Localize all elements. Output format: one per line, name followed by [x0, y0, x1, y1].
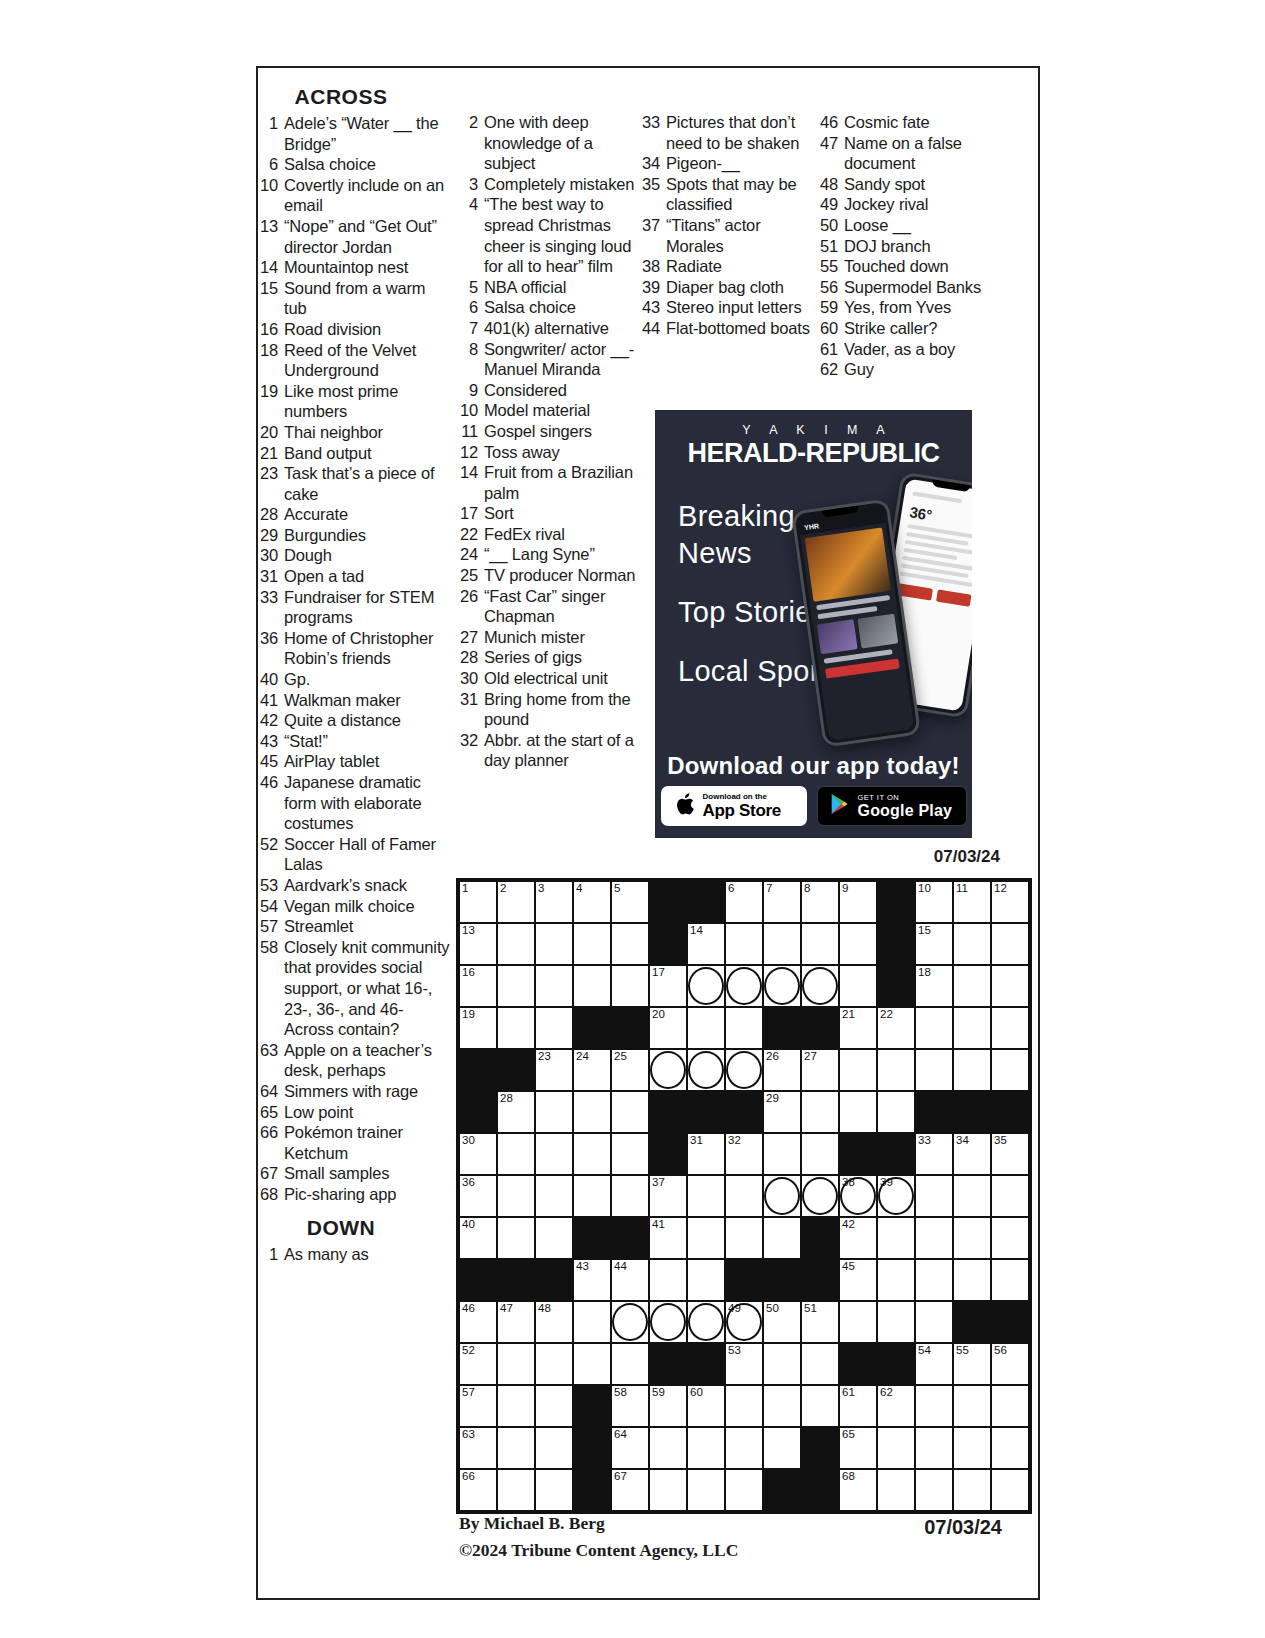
clue-text: Task that’s a piece of cake: [284, 463, 450, 504]
clue-number: 62: [812, 359, 844, 380]
cell-r7c10[interactable]: [802, 1134, 838, 1174]
cell-r15c12[interactable]: [878, 1470, 914, 1510]
theme-circle-r11c7: [688, 1303, 724, 1341]
cell-number-47: 47: [500, 1302, 513, 1315]
cell-r2c14[interactable]: [954, 924, 990, 964]
cell-r2c3[interactable]: [536, 924, 572, 964]
ad-masthead-top: Y A K I M A: [655, 423, 972, 437]
cell-r1c15[interactable]: 12: [992, 882, 1028, 922]
cell-r5c4[interactable]: 24: [574, 1050, 610, 1090]
cell-r11c8[interactable]: 49: [726, 1302, 762, 1342]
cell-r5c10[interactable]: 27: [802, 1050, 838, 1090]
cell-r10c6[interactable]: [650, 1260, 686, 1300]
across-clue-52: 52Soccer Hall of Famer Lalas: [252, 834, 450, 875]
clue-number: 33: [634, 112, 666, 153]
cell-r7c14[interactable]: 34: [954, 1134, 990, 1174]
cell-r6c9[interactable]: 29: [764, 1092, 800, 1132]
cell-r4c7[interactable]: [688, 1008, 724, 1048]
cell-r3c4[interactable]: [574, 966, 610, 1006]
cell-r12c15[interactable]: 56: [992, 1344, 1028, 1384]
cell-r3c8[interactable]: [726, 966, 762, 1006]
cell-r15c15[interactable]: [992, 1470, 1028, 1510]
cell-r5c7[interactable]: [688, 1050, 724, 1090]
cell-r6c10[interactable]: [802, 1092, 838, 1132]
down-clue-26: 26“Fast Car” singer Chapman: [452, 586, 640, 627]
clue-number: 47: [812, 133, 844, 174]
cell-r11c2[interactable]: 47: [498, 1302, 534, 1342]
cell-number-8: 8: [804, 882, 810, 895]
cell-r10c7[interactable]: [688, 1260, 724, 1300]
clue-number: 28: [452, 647, 484, 668]
theme-circle-r3c8: [726, 967, 762, 1005]
cell-r2c13[interactable]: 15: [916, 924, 952, 964]
cell-r4c15[interactable]: [992, 1008, 1028, 1048]
cell-r8c10[interactable]: [802, 1176, 838, 1216]
clue-text: Guy: [844, 359, 996, 380]
cell-r1c13[interactable]: 10: [916, 882, 952, 922]
cell-r10c15[interactable]: [992, 1260, 1028, 1300]
cell-r2c15[interactable]: [992, 924, 1028, 964]
cell-r14c5[interactable]: 64: [612, 1428, 648, 1468]
cell-r4c8[interactable]: [726, 1008, 762, 1048]
down-clue-7: 7401(k) alternative: [452, 318, 640, 339]
clue-number: 44: [634, 318, 666, 339]
cell-r15c5[interactable]: 67: [612, 1470, 648, 1510]
cell-r11c1[interactable]: 46: [460, 1302, 496, 1342]
cell-r7c3[interactable]: [536, 1134, 572, 1174]
cell-r5c13[interactable]: [916, 1050, 952, 1090]
cell-r14c7[interactable]: [688, 1428, 724, 1468]
cell-r4c2[interactable]: [498, 1008, 534, 1048]
cell-r2c1[interactable]: 13: [460, 924, 496, 964]
cell-r7c15[interactable]: 35: [992, 1134, 1028, 1174]
cell-r11c9[interactable]: 50: [764, 1302, 800, 1342]
cell-r13c1[interactable]: 57: [460, 1386, 496, 1426]
cell-r12c14[interactable]: 55: [954, 1344, 990, 1384]
cell-r4c13[interactable]: [916, 1008, 952, 1048]
clue-text: Covertly include on an email: [284, 175, 450, 216]
cell-r9c6[interactable]: 41: [650, 1218, 686, 1258]
theme-circle-r5c8: [726, 1051, 762, 1089]
cell-r3c10[interactable]: [802, 966, 838, 1006]
cell-r9c15[interactable]: [992, 1218, 1028, 1258]
cell-r9c11[interactable]: 42: [840, 1218, 876, 1258]
cell-r1c4[interactable]: 4: [574, 882, 610, 922]
cell-r4c12[interactable]: 22: [878, 1008, 914, 1048]
cell-r3c3[interactable]: [536, 966, 572, 1006]
clue-number: 25: [452, 565, 484, 586]
cell-r14c13[interactable]: [916, 1428, 952, 1468]
cell-r10c13[interactable]: [916, 1260, 952, 1300]
app-store-badge-label: App Store: [703, 802, 782, 820]
cell-r3c5[interactable]: [612, 966, 648, 1006]
cell-r12c13[interactable]: 54: [916, 1344, 952, 1384]
across-clue-28: 28Accurate: [252, 504, 450, 525]
black-cell-r6c13: [916, 1092, 952, 1132]
clue-number: 16: [252, 319, 284, 340]
cell-r14c1[interactable]: 63: [460, 1428, 496, 1468]
cell-r11c5[interactable]: [612, 1302, 648, 1342]
clue-text: Completely mistaken: [484, 174, 640, 195]
cell-r14c12[interactable]: [878, 1428, 914, 1468]
puzzle-date-top: 07/03/24: [840, 847, 1000, 867]
across-clue-33: 33Fundraiser for STEM programs: [252, 587, 450, 628]
cell-r11c6[interactable]: [650, 1302, 686, 1342]
cell-r8c9[interactable]: [764, 1176, 800, 1216]
cell-number-18: 18: [918, 966, 931, 979]
clue-text: Mountaintop nest: [284, 257, 450, 278]
clue-number: 66: [252, 1122, 284, 1163]
cell-r7c7[interactable]: 31: [688, 1134, 724, 1174]
cell-r9c14[interactable]: [954, 1218, 990, 1258]
cell-r10c14[interactable]: [954, 1260, 990, 1300]
cell-r7c8[interactable]: 32: [726, 1134, 762, 1174]
cell-r14c11[interactable]: 65: [840, 1428, 876, 1468]
theme-circle-r3c9: [764, 967, 800, 1005]
clue-text: Pokémon trainer Ketchum: [284, 1122, 450, 1163]
cell-r4c14[interactable]: [954, 1008, 990, 1048]
cell-r15c8[interactable]: [726, 1470, 762, 1510]
cell-r2c8[interactable]: [726, 924, 762, 964]
across-clue-43: 43“Stat!”: [252, 731, 450, 752]
cell-r14c8[interactable]: [726, 1428, 762, 1468]
cell-r8c14[interactable]: [954, 1176, 990, 1216]
cell-r3c7[interactable]: [688, 966, 724, 1006]
cell-r10c5[interactable]: 44: [612, 1260, 648, 1300]
clue-number: 23: [252, 463, 284, 504]
google-play-badge[interactable]: GET IT ON Google Play: [817, 786, 967, 826]
cell-r3c1[interactable]: 16: [460, 966, 496, 1006]
cell-r14c2[interactable]: [498, 1428, 534, 1468]
clue-number: 52: [252, 834, 284, 875]
cell-r12c3[interactable]: [536, 1344, 572, 1384]
cell-r1c5[interactable]: 5: [612, 882, 648, 922]
apple-icon: [673, 791, 695, 821]
cell-r8c1[interactable]: 36: [460, 1176, 496, 1216]
across-clue-54: 54Vegan milk choice: [252, 896, 450, 917]
cell-r13c12[interactable]: 62: [878, 1386, 914, 1426]
cell-r2c2[interactable]: [498, 924, 534, 964]
cell-r1c11[interactable]: 9: [840, 882, 876, 922]
cell-r1c14[interactable]: 11: [954, 882, 990, 922]
cell-r1c3[interactable]: 3: [536, 882, 572, 922]
cell-r9c9[interactable]: [764, 1218, 800, 1258]
clue-text: Jockey rival: [844, 194, 996, 215]
clue-text: “Nope” and “Get Out” director Jordan: [284, 216, 450, 257]
black-cell-r9c5: [612, 1218, 648, 1258]
cell-r13c10[interactable]: [802, 1386, 838, 1426]
down-clue-14: 14Fruit from a Brazilian palm: [452, 462, 640, 503]
black-cell-r3c12: [878, 966, 914, 1006]
clue-text: Considered: [484, 380, 640, 401]
clue-text: Aardvark’s snack: [284, 875, 450, 896]
black-cell-r12c11: [840, 1344, 876, 1384]
cell-r10c4[interactable]: 43: [574, 1260, 610, 1300]
cell-r13c7[interactable]: 60: [688, 1386, 724, 1426]
cell-r8c12[interactable]: 39: [878, 1176, 914, 1216]
cell-r2c5[interactable]: [612, 924, 648, 964]
cell-r13c3[interactable]: [536, 1386, 572, 1426]
cell-r15c6[interactable]: [650, 1470, 686, 1510]
down-clue-5: 5NBA official: [452, 277, 640, 298]
clue-text: DOJ branch: [844, 236, 996, 257]
cell-r3c6[interactable]: 17: [650, 966, 686, 1006]
down-clue-12: 12Toss away: [452, 442, 640, 463]
cell-r8c8[interactable]: [726, 1176, 762, 1216]
clue-text: “__ Lang Syne”: [484, 544, 640, 565]
cell-r1c2[interactable]: 2: [498, 882, 534, 922]
cell-r8c7[interactable]: [688, 1176, 724, 1216]
cell-r12c9[interactable]: [764, 1344, 800, 1384]
cell-r2c7[interactable]: 14: [688, 924, 724, 964]
cell-r13c13[interactable]: [916, 1386, 952, 1426]
app-store-badge[interactable]: Download on the App Store: [661, 786, 807, 826]
cell-r5c11[interactable]: [840, 1050, 876, 1090]
clue-number: 49: [812, 194, 844, 215]
cell-r10c11[interactable]: 45: [840, 1260, 876, 1300]
cell-r8c13[interactable]: [916, 1176, 952, 1216]
clue-text: Fruit from a Brazilian palm: [484, 462, 640, 503]
cell-number-19: 19: [462, 1008, 475, 1021]
cell-r11c3[interactable]: 48: [536, 1302, 572, 1342]
newspaper-crossword-page: { "game": "crossword", "dates": { "top":…: [0, 0, 1265, 1638]
black-cell-r6c8: [726, 1092, 762, 1132]
cell-r7c2[interactable]: [498, 1134, 534, 1174]
cell-number-48: 48: [538, 1302, 551, 1315]
cell-r4c6[interactable]: 20: [650, 1008, 686, 1048]
cell-r13c14[interactable]: [954, 1386, 990, 1426]
clue-number: 30: [452, 668, 484, 689]
cell-r9c7[interactable]: [688, 1218, 724, 1258]
cell-r1c1[interactable]: 1: [460, 882, 496, 922]
cell-r4c11[interactable]: 21: [840, 1008, 876, 1048]
clue-number: 54: [252, 896, 284, 917]
clue-number: 56: [812, 277, 844, 298]
cell-r7c5[interactable]: [612, 1134, 648, 1174]
across-clue-68: 68Pic-sharing app: [252, 1184, 450, 1205]
cell-r13c8[interactable]: [726, 1386, 762, 1426]
down-clue-6: 6Salsa choice: [452, 297, 640, 318]
clue-text: Supermodel Banks: [844, 277, 996, 298]
cell-r13c9[interactable]: [764, 1386, 800, 1426]
theme-circle-r11c5: [612, 1303, 648, 1341]
cell-r14c9[interactable]: [764, 1428, 800, 1468]
clue-text: Sound from a warm tub: [284, 278, 450, 319]
cell-r12c8[interactable]: 53: [726, 1344, 762, 1384]
cell-r10c12[interactable]: [878, 1260, 914, 1300]
clue-column-down-1: 2One with deep knowledge of a subject3Co…: [452, 112, 640, 771]
cell-r11c4[interactable]: [574, 1302, 610, 1342]
cell-r15c14[interactable]: [954, 1470, 990, 1510]
cell-r3c2[interactable]: [498, 966, 534, 1006]
cell-r8c2[interactable]: [498, 1176, 534, 1216]
clue-number: 40: [252, 669, 284, 690]
clue-number: 29: [252, 525, 284, 546]
cell-r4c3[interactable]: [536, 1008, 572, 1048]
down-clue-30: 30Old electrical unit: [452, 668, 640, 689]
cell-r3c13[interactable]: 18: [916, 966, 952, 1006]
cell-r9c8[interactable]: [726, 1218, 762, 1258]
cell-r8c6[interactable]: 37: [650, 1176, 686, 1216]
across-clue-58: 58Closely knit community that provides s…: [252, 937, 450, 1040]
across-clue-63: 63Apple on a teacher’s desk, perhaps: [252, 1040, 450, 1081]
cell-r15c1[interactable]: 66: [460, 1470, 496, 1510]
ad-masthead-main: HERALD-REPUBLIC: [655, 438, 972, 469]
cell-r6c12[interactable]: [878, 1092, 914, 1132]
clue-text: Pic-sharing app: [284, 1184, 450, 1205]
cell-r1c8[interactable]: 6: [726, 882, 762, 922]
cell-r4c1[interactable]: 19: [460, 1008, 496, 1048]
cell-number-9: 9: [842, 882, 848, 895]
cell-r12c4[interactable]: [574, 1344, 610, 1384]
cell-r9c3[interactable]: [536, 1218, 572, 1258]
black-cell-r6c15: [992, 1092, 1028, 1132]
cell-r9c1[interactable]: 40: [460, 1218, 496, 1258]
down-clue-17: 17Sort: [452, 503, 640, 524]
cell-r7c4[interactable]: [574, 1134, 610, 1174]
black-cell-r10c3: [536, 1260, 572, 1300]
cell-r8c3[interactable]: [536, 1176, 572, 1216]
cell-r8c5[interactable]: [612, 1176, 648, 1216]
cell-r8c15[interactable]: [992, 1176, 1028, 1216]
cell-r15c11[interactable]: 68: [840, 1470, 876, 1510]
black-cell-r10c10: [802, 1260, 838, 1300]
cell-r1c9[interactable]: 7: [764, 882, 800, 922]
down-clue-49: 49Jockey rival: [812, 194, 996, 215]
cell-number-30: 30: [462, 1134, 475, 1147]
across-clue-16: 16Road division: [252, 319, 450, 340]
cell-number-29: 29: [766, 1092, 779, 1105]
clue-number: 11: [452, 421, 484, 442]
cell-r7c1[interactable]: 30: [460, 1134, 496, 1174]
cell-r15c13[interactable]: [916, 1470, 952, 1510]
cell-r9c12[interactable]: [878, 1218, 914, 1258]
cell-number-7: 7: [766, 882, 772, 895]
black-cell-r6c7: [688, 1092, 724, 1132]
black-cell-r15c9: [764, 1470, 800, 1510]
across-clue-42: 42Quite a distance: [252, 710, 450, 731]
cell-r5c15[interactable]: [992, 1050, 1028, 1090]
cell-r14c15[interactable]: [992, 1428, 1028, 1468]
clue-text: Pigeon-__: [666, 153, 814, 174]
clue-text: TV producer Norman: [484, 565, 640, 586]
down-clue-37: 37“Titans” actor Morales: [634, 215, 814, 256]
cell-r8c4[interactable]: [574, 1176, 610, 1216]
cell-r6c2[interactable]: 28: [498, 1092, 534, 1132]
across-clue-1: 1Adele’s “Water __ the Bridge”: [252, 113, 450, 154]
cell-r14c3[interactable]: [536, 1428, 572, 1468]
cell-r6c11[interactable]: [840, 1092, 876, 1132]
theme-circle-r5c7: [688, 1051, 724, 1089]
cell-r2c10[interactable]: [802, 924, 838, 964]
cell-r14c6[interactable]: [650, 1428, 686, 1468]
cell-r3c11[interactable]: [840, 966, 876, 1006]
cell-r1c10[interactable]: 8: [802, 882, 838, 922]
clue-number: 7: [452, 318, 484, 339]
cell-r12c10[interactable]: [802, 1344, 838, 1384]
cell-r5c8[interactable]: [726, 1050, 762, 1090]
cell-r2c11[interactable]: [840, 924, 876, 964]
cell-r2c4[interactable]: [574, 924, 610, 964]
cell-r5c6[interactable]: [650, 1050, 686, 1090]
clue-text: Burgundies: [284, 525, 450, 546]
clue-column-down-3: 46Cosmic fate47Name on a false document4…: [812, 112, 996, 380]
clue-number: 59: [812, 297, 844, 318]
cell-r6c5[interactable]: [612, 1092, 648, 1132]
cell-r11c7[interactable]: [688, 1302, 724, 1342]
black-cell-r5c1: [460, 1050, 496, 1090]
cell-r12c5[interactable]: [612, 1344, 648, 1384]
cell-r11c12[interactable]: [878, 1302, 914, 1342]
cell-r13c2[interactable]: [498, 1386, 534, 1426]
cell-r13c6[interactable]: 59: [650, 1386, 686, 1426]
clue-text: One with deep knowledge of a subject: [484, 112, 640, 174]
cell-r15c7[interactable]: [688, 1470, 724, 1510]
theme-circle-r8c9: [764, 1177, 800, 1215]
cell-r7c13[interactable]: 33: [916, 1134, 952, 1174]
cell-r11c11[interactable]: [840, 1302, 876, 1342]
clue-text: Model material: [484, 400, 640, 421]
cell-r9c13[interactable]: [916, 1218, 952, 1258]
ad-download-text: Download our app today!: [655, 752, 972, 780]
cell-r3c14[interactable]: [954, 966, 990, 1006]
black-cell-r10c2: [498, 1260, 534, 1300]
clue-text: Name on a false document: [844, 133, 996, 174]
cell-number-64: 64: [614, 1428, 627, 1441]
cell-r15c3[interactable]: [536, 1470, 572, 1510]
cell-r5c3[interactable]: 23: [536, 1050, 572, 1090]
cell-r3c9[interactable]: [764, 966, 800, 1006]
cell-r3c15[interactable]: [992, 966, 1028, 1006]
cell-r12c2[interactable]: [498, 1344, 534, 1384]
clue-number: 51: [812, 236, 844, 257]
cell-r6c4[interactable]: [574, 1092, 610, 1132]
cell-r5c14[interactable]: [954, 1050, 990, 1090]
cell-r2c9[interactable]: [764, 924, 800, 964]
cell-r11c13[interactable]: [916, 1302, 952, 1342]
cell-r9c2[interactable]: [498, 1218, 534, 1258]
cell-r11c10[interactable]: 51: [802, 1302, 838, 1342]
across-clue-53: 53Aardvark’s snack: [252, 875, 450, 896]
cell-r13c15[interactable]: [992, 1386, 1028, 1426]
clue-text: Bring home from the pound: [484, 689, 640, 730]
across-header: ACROSS: [252, 84, 430, 110]
cell-r7c9[interactable]: [764, 1134, 800, 1174]
cell-number-17: 17: [652, 966, 665, 979]
cell-number-68: 68: [842, 1470, 855, 1483]
cell-r15c2[interactable]: [498, 1470, 534, 1510]
clue-text: Series of gigs: [484, 647, 640, 668]
cell-r5c12[interactable]: [878, 1050, 914, 1090]
clue-number: 31: [452, 689, 484, 730]
cell-r13c11[interactable]: 61: [840, 1386, 876, 1426]
clue-number: 17: [452, 503, 484, 524]
black-cell-r4c4: [574, 1008, 610, 1048]
clue-number: 67: [252, 1163, 284, 1184]
black-cell-r1c7: [688, 882, 724, 922]
cell-r6c3[interactable]: [536, 1092, 572, 1132]
cell-r5c5[interactable]: 25: [612, 1050, 648, 1090]
black-cell-r7c11: [840, 1134, 876, 1174]
clue-text: FedEx rival: [484, 524, 640, 545]
cell-r13c5[interactable]: 58: [612, 1386, 648, 1426]
cell-r14c14[interactable]: [954, 1428, 990, 1468]
cell-r12c1[interactable]: 52: [460, 1344, 496, 1384]
clue-text: NBA official: [484, 277, 640, 298]
cell-r8c11[interactable]: 38: [840, 1176, 876, 1216]
clue-number: 58: [252, 937, 284, 1040]
cell-r5c9[interactable]: 26: [764, 1050, 800, 1090]
